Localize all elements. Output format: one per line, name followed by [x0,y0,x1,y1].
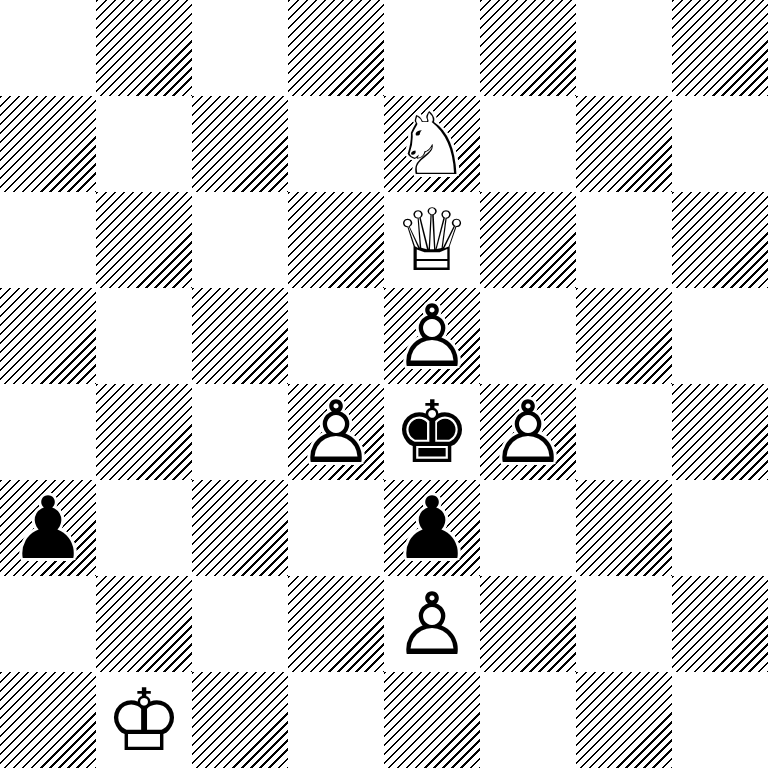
white-pawn[interactable]: ♟♙ [384,288,480,384]
square-e6[interactable]: ♛♕ [384,192,480,288]
square-d6[interactable] [288,192,384,288]
square-g4[interactable] [576,384,672,480]
square-c2[interactable] [192,576,288,672]
square-h4[interactable] [672,384,768,480]
square-b2[interactable] [96,576,192,672]
square-h6[interactable] [672,192,768,288]
chess-board: ♞♘♛♕♟♙♟♙♚♟♙♟♟♟♙♚♔ [0,0,768,768]
square-e7[interactable]: ♞♘ [384,96,480,192]
square-f2[interactable] [480,576,576,672]
square-a2[interactable] [0,576,96,672]
square-h5[interactable] [672,288,768,384]
piece-outline-glyph: ♘ [384,96,480,192]
square-a5[interactable] [0,288,96,384]
square-c5[interactable] [192,288,288,384]
square-g3[interactable] [576,480,672,576]
piece-outline-glyph: ♙ [384,288,480,384]
square-e5[interactable]: ♟♙ [384,288,480,384]
square-e4[interactable]: ♚ [384,384,480,480]
square-h2[interactable] [672,576,768,672]
square-g6[interactable] [576,192,672,288]
square-g5[interactable] [576,288,672,384]
square-f3[interactable] [480,480,576,576]
square-d5[interactable] [288,288,384,384]
square-a7[interactable] [0,96,96,192]
white-knight[interactable]: ♞♘ [384,96,480,192]
square-h1[interactable] [672,672,768,768]
square-a4[interactable] [0,384,96,480]
square-h3[interactable] [672,480,768,576]
square-b7[interactable] [96,96,192,192]
piece-outline-glyph: ♕ [384,192,480,288]
black-pawn[interactable]: ♟ [0,480,96,576]
square-e2[interactable]: ♟♙ [384,576,480,672]
square-e8[interactable] [384,0,480,96]
square-d3[interactable] [288,480,384,576]
white-king[interactable]: ♚♔ [96,672,192,768]
square-c8[interactable] [192,0,288,96]
square-a8[interactable] [0,0,96,96]
square-g1[interactable] [576,672,672,768]
square-f1[interactable] [480,672,576,768]
black-pawn[interactable]: ♟ [384,480,480,576]
piece-outline-glyph: ♙ [384,576,480,672]
piece-outline-glyph: ♔ [96,672,192,768]
square-c1[interactable] [192,672,288,768]
square-b3[interactable] [96,480,192,576]
square-d4[interactable]: ♟♙ [288,384,384,480]
square-h8[interactable] [672,0,768,96]
square-c7[interactable] [192,96,288,192]
square-f8[interactable] [480,0,576,96]
square-d1[interactable] [288,672,384,768]
square-d2[interactable] [288,576,384,672]
square-a1[interactable] [0,672,96,768]
black-king[interactable]: ♚ [384,384,480,480]
square-g8[interactable] [576,0,672,96]
piece-outline-glyph: ♙ [288,384,384,480]
square-f4[interactable]: ♟♙ [480,384,576,480]
piece-outline-glyph: ♟ [384,480,480,576]
white-queen[interactable]: ♛♕ [384,192,480,288]
square-f5[interactable] [480,288,576,384]
square-c4[interactable] [192,384,288,480]
square-a6[interactable] [0,192,96,288]
square-b4[interactable] [96,384,192,480]
square-f7[interactable] [480,96,576,192]
square-f6[interactable] [480,192,576,288]
white-pawn[interactable]: ♟♙ [384,576,480,672]
piece-outline-glyph: ♙ [480,384,576,480]
square-h7[interactable] [672,96,768,192]
square-b5[interactable] [96,288,192,384]
piece-outline-glyph: ♚ [384,384,480,480]
square-e1[interactable] [384,672,480,768]
square-g7[interactable] [576,96,672,192]
square-d7[interactable] [288,96,384,192]
white-pawn[interactable]: ♟♙ [480,384,576,480]
white-pawn[interactable]: ♟♙ [288,384,384,480]
piece-outline-glyph: ♟ [0,480,96,576]
square-b6[interactable] [96,192,192,288]
square-e3[interactable]: ♟ [384,480,480,576]
square-a3[interactable]: ♟ [0,480,96,576]
square-c3[interactable] [192,480,288,576]
square-b8[interactable] [96,0,192,96]
square-b1[interactable]: ♚♔ [96,672,192,768]
square-g2[interactable] [576,576,672,672]
square-d8[interactable] [288,0,384,96]
square-c6[interactable] [192,192,288,288]
